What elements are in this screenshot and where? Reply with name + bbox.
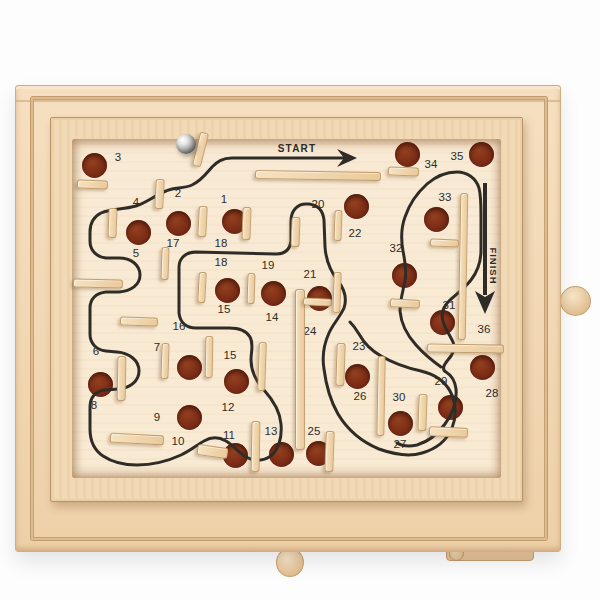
hole-number-label: 20 <box>312 198 325 210</box>
hole-number-label: 26 <box>354 390 367 402</box>
wall-stick <box>73 279 123 289</box>
hole <box>261 281 286 306</box>
wall-stick <box>429 426 468 438</box>
hole <box>269 442 294 467</box>
hole-number-label: 25 <box>308 425 321 437</box>
wall-stick <box>205 336 214 378</box>
start-label: START <box>278 143 317 154</box>
hole-number-label: 29 <box>435 375 448 387</box>
wall-stick <box>160 247 169 280</box>
wall-stick <box>154 179 165 209</box>
hole-number-label: 24 <box>304 325 317 337</box>
hole-number-label: 19 <box>262 259 275 271</box>
wall-stick <box>246 273 255 304</box>
wall-stick <box>376 356 385 436</box>
hole-number-label: 15 <box>218 303 231 315</box>
wall-stick <box>427 343 504 353</box>
hole-number-label: 5 <box>133 247 139 259</box>
wall-stick <box>160 343 169 379</box>
hole-number-label: 23 <box>353 340 366 352</box>
hole-number-label: 11 <box>223 429 235 441</box>
steel-ball[interactable] <box>176 134 196 154</box>
hole <box>345 364 370 389</box>
hole-number-label: 10 <box>172 435 185 447</box>
hole <box>392 263 417 288</box>
hole <box>126 220 151 245</box>
wall-stick <box>120 316 158 326</box>
hole <box>430 310 455 335</box>
hole-number-label: 33 <box>439 191 452 203</box>
tilt-knob-right[interactable] <box>560 286 591 316</box>
wall-stick <box>333 210 342 241</box>
hole-number-label: 22 <box>349 227 362 239</box>
hole <box>424 207 449 232</box>
tilt-knob-bottom[interactable] <box>276 548 304 577</box>
wall-stick <box>197 272 207 303</box>
hole <box>438 395 463 420</box>
wall-stick <box>303 297 332 307</box>
hole <box>82 153 107 178</box>
hole-number-label: 32 <box>390 242 403 254</box>
hole-number-label: 16 <box>173 320 186 332</box>
hole <box>395 142 420 167</box>
wall-stick <box>257 342 267 391</box>
hole-number-label: 8 <box>91 399 97 411</box>
wall-stick <box>117 356 127 401</box>
wall-stick <box>417 394 427 431</box>
wall-stick <box>107 208 117 238</box>
hole <box>177 405 202 430</box>
hole-number-label: 15 <box>224 349 237 361</box>
hole-number-label: 31 <box>443 299 456 311</box>
wall-stick <box>251 421 261 472</box>
hole-number-label: 21 <box>304 268 317 280</box>
hole <box>215 278 240 303</box>
wall-stick <box>388 166 419 176</box>
labyrinth-game-photo: START FINISH 342120343533171851819212232… <box>0 0 600 600</box>
hole-number-label: 27 <box>394 438 407 450</box>
hole-number-label: 18 <box>215 256 228 268</box>
hole-number-label: 13 <box>265 425 278 437</box>
hole-number-label: 35 <box>451 150 464 162</box>
hole-number-label: 1 <box>221 193 227 205</box>
hole <box>166 211 191 236</box>
hole <box>388 411 413 436</box>
wall-stick <box>332 272 341 313</box>
hole-number-label: 36 <box>478 323 491 335</box>
wall-stick <box>77 179 108 189</box>
finish-label: FINISH <box>488 247 499 284</box>
hole-number-label: 3 <box>115 151 121 163</box>
wall-stick <box>390 298 420 309</box>
hole-number-label: 2 <box>175 187 181 199</box>
hole-number-label: 6 <box>93 345 99 357</box>
hole <box>177 355 202 380</box>
wall-stick <box>241 207 251 240</box>
hole <box>344 194 369 219</box>
hole-number-label: 9 <box>154 411 160 423</box>
hole-number-label: 4 <box>133 196 139 208</box>
hole-number-label: 14 <box>266 311 279 323</box>
hole-number-label: 34 <box>425 158 438 170</box>
wall-stick <box>197 206 208 237</box>
hole-number-label: 18 <box>215 237 228 249</box>
hole-number-label: 7 <box>154 341 160 353</box>
hole <box>224 369 249 394</box>
hole <box>469 142 494 167</box>
wall-stick <box>430 238 459 247</box>
hole <box>470 355 495 380</box>
hole-number-label: 30 <box>393 391 406 403</box>
wall-stick <box>290 217 300 247</box>
wall-stick <box>295 289 305 450</box>
hole-number-label: 28 <box>486 387 499 399</box>
hole <box>88 372 113 397</box>
wall-stick <box>324 431 334 472</box>
hole-number-label: 12 <box>222 401 235 413</box>
wall-stick <box>335 343 345 386</box>
